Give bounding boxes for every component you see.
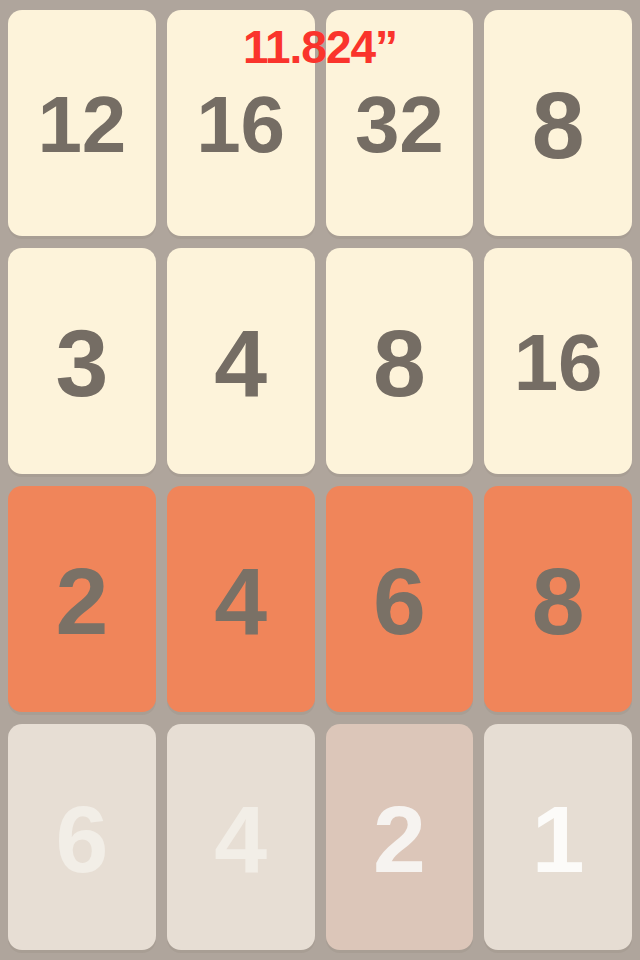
tile-value: 6: [55, 792, 108, 887]
tile-r4c4: 1: [484, 724, 632, 950]
tile-value: 6: [373, 554, 426, 649]
tile-r2c1: 3: [8, 248, 156, 474]
tile-r4c3: 2: [326, 724, 474, 950]
tile-value: 3: [55, 316, 108, 411]
tile-value: 32: [355, 85, 444, 165]
tile-r1c3: 32: [326, 10, 474, 236]
tile-r3c1: 2: [8, 486, 156, 712]
tile-value: 2: [55, 554, 108, 649]
tile-r2c4: 16: [484, 248, 632, 474]
tile-value: 12: [37, 85, 126, 165]
tile-r1c1: 12: [8, 10, 156, 236]
tile-r3c2: 4: [167, 486, 315, 712]
tile-value: 8: [532, 554, 585, 649]
tile-r2c2: 4: [167, 248, 315, 474]
game-board[interactable]: 12 16 32 8 3 4 8 16 2 4 6 8 6 4 2 1: [0, 0, 640, 960]
tile-value: 8: [373, 316, 426, 411]
tile-value: 1: [532, 792, 585, 887]
tile-r3c4: 8: [484, 486, 632, 712]
tile-value: 2: [373, 792, 426, 887]
tile-value: 8: [532, 78, 585, 173]
tile-r2c3: 8: [326, 248, 474, 474]
tile-value: 4: [214, 792, 267, 887]
tile-r1c4: 8: [484, 10, 632, 236]
tile-value: 16: [514, 323, 603, 403]
tile-r1c2: 16: [167, 10, 315, 236]
tile-r4c2: 4: [167, 724, 315, 950]
tile-value: 4: [214, 316, 267, 411]
tile-value: 4: [214, 554, 267, 649]
tile-r3c3: 6: [326, 486, 474, 712]
tile-r4c1: 6: [8, 724, 156, 950]
tile-value: 16: [196, 85, 285, 165]
